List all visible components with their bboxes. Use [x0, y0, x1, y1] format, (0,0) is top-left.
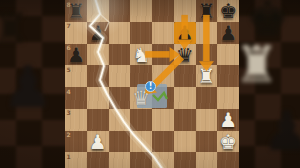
black-pawn-f7[interactable]: ♟ [174, 22, 196, 44]
square-b6[interactable] [87, 44, 109, 66]
square-c6[interactable] [109, 44, 131, 66]
chess-short-frame: { "game": "chess", "position": "r5rk/1p3… [0, 0, 300, 168]
square-c3[interactable] [109, 109, 131, 131]
square-g2[interactable] [196, 131, 218, 153]
blurred-piece-left: ♜ [0, 8, 30, 50]
black-king-h8[interactable]: ♚ [217, 0, 239, 22]
white-knight-d6[interactable]: ♞ [130, 44, 152, 66]
rank-label: 7 [67, 22, 71, 29]
square-e8[interactable] [152, 0, 174, 22]
square-d3[interactable] [130, 109, 152, 131]
square-a2[interactable]: 2 [65, 131, 87, 153]
square-g1[interactable] [196, 152, 218, 168]
square-d1[interactable] [130, 152, 152, 168]
square-b3[interactable] [87, 109, 109, 131]
square-d2[interactable] [130, 131, 152, 153]
white-pawn-b2[interactable]: ♟ [87, 131, 109, 153]
blurred-background-left: ♜♟ [0, 0, 65, 168]
blurred-piece-left: ♟ [2, 58, 54, 116]
square-d7[interactable] [130, 22, 152, 44]
square-f2[interactable] [174, 131, 196, 153]
square-c4[interactable] [109, 87, 131, 109]
square-d8[interactable] [130, 0, 152, 22]
rank-label: 1 [67, 153, 71, 160]
square-h1[interactable] [217, 152, 239, 168]
square-c2[interactable] [109, 131, 131, 153]
black-pawn-a6[interactable]: ♟ [65, 44, 87, 66]
square-b5[interactable] [87, 65, 109, 87]
square-a5[interactable]: 5 [65, 65, 87, 87]
chess-board[interactable]: 87654321♜♜♚♟♟♟♟♞♛♜♟♟♚♛! [65, 0, 239, 168]
square-c7[interactable] [109, 22, 131, 44]
square-c5[interactable] [109, 65, 131, 87]
square-a4[interactable]: 4 [65, 87, 87, 109]
square-f3[interactable] [174, 109, 196, 131]
rank-label: 3 [67, 109, 71, 116]
black-pawn-h7[interactable]: ♟ [217, 22, 239, 44]
blurred-piece-right: ♜ [239, 40, 279, 90]
white-pawn-h3[interactable]: ♟ [217, 109, 239, 131]
black-queen-f6[interactable]: ♛ [174, 44, 196, 66]
black-rook-a8[interactable]: ♜ [65, 0, 87, 22]
rank-label: 4 [67, 88, 71, 95]
blurred-background-right: ♚♜♟ [239, 0, 300, 168]
square-e3[interactable] [152, 109, 174, 131]
square-g7[interactable] [196, 22, 218, 44]
square-e6[interactable] [152, 44, 174, 66]
blurred-piece-right: ♟ [262, 104, 300, 159]
square-e2[interactable] [152, 131, 174, 153]
square-h5[interactable] [217, 65, 239, 87]
square-g3[interactable] [196, 109, 218, 131]
rank-label: 2 [67, 131, 71, 138]
square-b8[interactable] [87, 0, 109, 22]
square-e1[interactable] [152, 152, 174, 168]
square-g6[interactable] [196, 44, 218, 66]
square-f1[interactable] [174, 152, 196, 168]
square-h6[interactable] [217, 44, 239, 66]
square-b1[interactable] [87, 152, 109, 168]
black-rook-g8[interactable]: ♜ [196, 0, 218, 22]
white-rook-g5[interactable]: ♜ [196, 65, 218, 87]
square-b4[interactable] [87, 87, 109, 109]
square-f5[interactable] [174, 65, 196, 87]
square-f8[interactable] [174, 0, 196, 22]
square-a3[interactable]: 3 [65, 109, 87, 131]
square-c1[interactable] [109, 152, 131, 168]
square-g4[interactable] [196, 87, 218, 109]
square-h4[interactable] [217, 87, 239, 109]
square-e7[interactable] [152, 22, 174, 44]
best-move-badge: ! [145, 81, 156, 92]
square-a1[interactable]: 1 [65, 152, 87, 168]
square-f4[interactable] [174, 87, 196, 109]
white-king-h2[interactable]: ♚ [217, 131, 239, 153]
black-pawn-b7[interactable]: ♟ [87, 22, 109, 44]
square-a7[interactable]: 7 [65, 22, 87, 44]
square-c8[interactable] [109, 0, 131, 22]
